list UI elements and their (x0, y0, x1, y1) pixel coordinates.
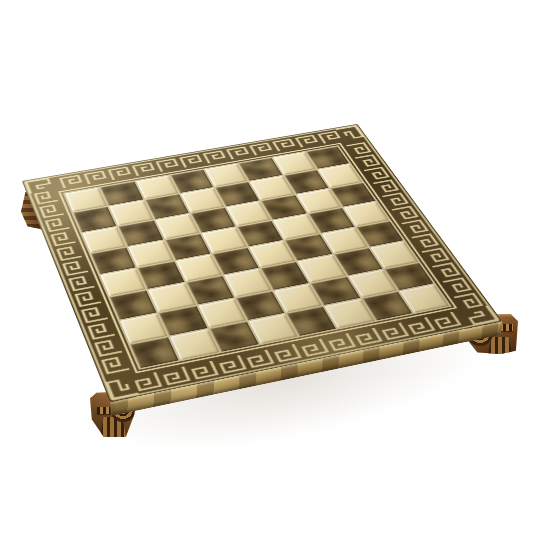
square-d3[interactable] (224, 269, 271, 297)
board-top-surface (22, 124, 502, 402)
chess-board (22, 124, 502, 402)
square-b4[interactable] (138, 261, 184, 288)
square-c1[interactable] (209, 321, 258, 351)
square-a4[interactable] (100, 268, 146, 296)
square-b2[interactable] (159, 306, 207, 336)
square-c4[interactable] (176, 255, 222, 282)
square-g1[interactable] (362, 292, 412, 321)
perspective-scene (58, 57, 438, 437)
foot-flute (488, 337, 512, 354)
square-b3[interactable] (148, 283, 195, 311)
square-f1[interactable] (325, 299, 374, 328)
product-photo-stage (0, 0, 533, 533)
square-h2[interactable] (385, 263, 434, 291)
square-f3[interactable] (298, 255, 345, 282)
square-d2[interactable] (236, 291, 284, 320)
square-g3[interactable] (334, 248, 381, 275)
square-g2[interactable] (348, 270, 397, 298)
square-e2[interactable] (274, 284, 322, 312)
square-f2[interactable] (311, 277, 359, 305)
square-a1[interactable] (130, 337, 179, 368)
square-a3[interactable] (110, 290, 157, 319)
square-c3[interactable] (187, 276, 234, 304)
square-e3[interactable] (261, 262, 308, 289)
square-e1[interactable] (287, 306, 336, 336)
square-d1[interactable] (248, 314, 297, 344)
square-h1[interactable] (399, 284, 449, 313)
square-c2[interactable] (198, 298, 246, 327)
square-b1[interactable] (170, 329, 219, 360)
square-a2[interactable] (120, 313, 168, 343)
square-a5[interactable] (91, 247, 136, 274)
square-d4[interactable] (213, 248, 259, 275)
